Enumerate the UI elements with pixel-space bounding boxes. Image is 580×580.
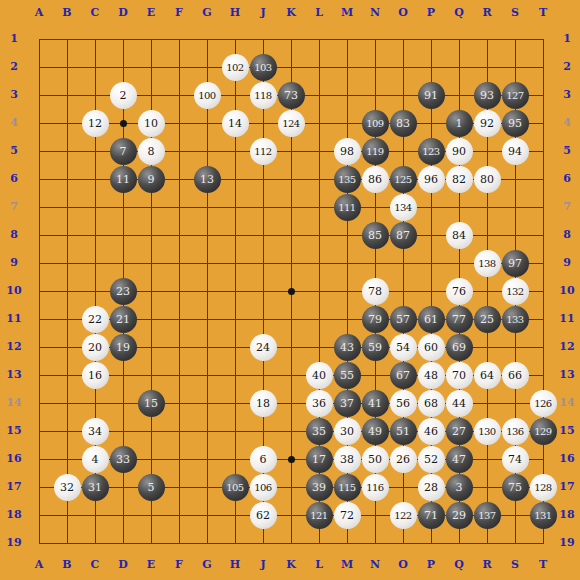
stone-black-11: 11 <box>110 166 137 193</box>
stone-black-127: 127 <box>502 82 529 109</box>
stone-black-31: 31 <box>82 474 109 501</box>
stone-black-3: 3 <box>446 474 473 501</box>
col-label-bottom-E: E <box>141 558 161 572</box>
row-label-left-15: 15 <box>2 424 26 438</box>
stone-white-100: 100 <box>194 82 221 109</box>
col-label-bottom-J: J <box>253 558 273 572</box>
stone-white-90: 90 <box>446 138 473 165</box>
row-label-left-6: 6 <box>2 172 26 186</box>
stone-black-97: 97 <box>502 250 529 277</box>
stone-black-15: 15 <box>138 390 165 417</box>
row-label-left-8: 8 <box>2 228 26 242</box>
stone-white-94: 94 <box>502 138 529 165</box>
row-label-left-4: 4 <box>2 116 26 130</box>
row-label-right-6: 6 <box>555 172 579 186</box>
stone-white-28: 28 <box>418 474 445 501</box>
col-label-bottom-O: O <box>393 558 413 572</box>
stone-white-20: 20 <box>82 334 109 361</box>
stone-white-10: 10 <box>138 110 165 137</box>
row-label-right-2: 2 <box>555 60 579 74</box>
row-label-right-15: 15 <box>555 424 579 438</box>
col-label-top-L: L <box>309 6 329 20</box>
row-label-left-1: 1 <box>2 32 26 46</box>
stone-white-14: 14 <box>222 110 249 137</box>
go-board[interactable]: AABBCCDDEEFFGGHHJJKKLLMMNNOOPPQQRRSSTT11… <box>0 0 580 580</box>
stone-white-80: 80 <box>474 166 501 193</box>
col-label-bottom-Q: Q <box>449 558 469 572</box>
stone-black-91: 91 <box>418 82 445 109</box>
stone-black-135: 135 <box>334 166 361 193</box>
stone-black-27: 27 <box>446 418 473 445</box>
stone-black-111: 111 <box>334 194 361 221</box>
row-label-left-19: 19 <box>2 536 26 550</box>
stone-white-68: 68 <box>418 390 445 417</box>
stone-white-92: 92 <box>474 110 501 137</box>
col-label-top-T: T <box>533 6 553 20</box>
stone-white-46: 46 <box>418 418 445 445</box>
stone-black-137: 137 <box>474 502 501 529</box>
stone-white-52: 52 <box>418 446 445 473</box>
row-label-right-9: 9 <box>555 256 579 270</box>
stone-white-2: 2 <box>110 82 137 109</box>
col-label-bottom-N: N <box>365 558 385 572</box>
row-label-right-7: 7 <box>555 200 579 214</box>
stone-black-103: 103 <box>250 54 277 81</box>
stone-white-64: 64 <box>474 362 501 389</box>
row-label-right-11: 11 <box>555 312 579 326</box>
col-label-top-M: M <box>337 6 357 20</box>
grid-line-horizontal <box>39 543 544 544</box>
row-label-left-10: 10 <box>2 284 26 298</box>
stone-white-76: 76 <box>446 278 473 305</box>
stone-white-62: 62 <box>250 502 277 529</box>
row-label-left-14: 14 <box>2 396 26 410</box>
stone-black-25: 25 <box>474 306 501 333</box>
stone-black-83: 83 <box>390 110 417 137</box>
row-label-right-3: 3 <box>555 88 579 102</box>
col-label-bottom-H: H <box>225 558 245 572</box>
stone-black-47: 47 <box>446 446 473 473</box>
stone-white-38: 38 <box>334 446 361 473</box>
col-label-top-A: A <box>29 6 49 20</box>
stone-black-115: 115 <box>334 474 361 501</box>
stone-white-70: 70 <box>446 362 473 389</box>
stone-black-57: 57 <box>390 306 417 333</box>
stone-black-23: 23 <box>110 278 137 305</box>
row-label-right-13: 13 <box>555 368 579 382</box>
stone-black-49: 49 <box>362 418 389 445</box>
stone-white-4: 4 <box>82 446 109 473</box>
stone-white-26: 26 <box>390 446 417 473</box>
stone-white-44: 44 <box>446 390 473 417</box>
stone-black-75: 75 <box>502 474 529 501</box>
stone-black-21: 21 <box>110 306 137 333</box>
col-label-top-O: O <box>393 6 413 20</box>
stone-black-93: 93 <box>474 82 501 109</box>
stone-white-122: 122 <box>390 502 417 529</box>
stone-black-19: 19 <box>110 334 137 361</box>
stone-black-77: 77 <box>446 306 473 333</box>
stone-black-79: 79 <box>362 306 389 333</box>
stone-black-131: 131 <box>530 502 557 529</box>
row-label-right-1: 1 <box>555 32 579 46</box>
col-label-bottom-R: R <box>477 558 497 572</box>
stone-white-66: 66 <box>502 362 529 389</box>
col-label-bottom-G: G <box>197 558 217 572</box>
stone-white-116: 116 <box>362 474 389 501</box>
row-label-left-16: 16 <box>2 452 26 466</box>
col-label-top-K: K <box>281 6 301 20</box>
row-label-right-19: 19 <box>555 536 579 550</box>
stone-black-73: 73 <box>278 82 305 109</box>
row-label-right-14: 14 <box>555 396 579 410</box>
stone-white-18: 18 <box>250 390 277 417</box>
stone-black-41: 41 <box>362 390 389 417</box>
stone-black-119: 119 <box>362 138 389 165</box>
stone-black-129: 129 <box>530 418 557 445</box>
stone-black-39: 39 <box>306 474 333 501</box>
stone-black-1: 1 <box>446 110 473 137</box>
stone-white-86: 86 <box>362 166 389 193</box>
row-label-left-11: 11 <box>2 312 26 326</box>
col-label-bottom-S: S <box>505 558 525 572</box>
stone-black-69: 69 <box>446 334 473 361</box>
stone-white-16: 16 <box>82 362 109 389</box>
row-label-left-18: 18 <box>2 508 26 522</box>
stone-black-109: 109 <box>362 110 389 137</box>
stone-black-67: 67 <box>390 362 417 389</box>
stone-white-72: 72 <box>334 502 361 529</box>
stone-black-35: 35 <box>306 418 333 445</box>
row-label-left-9: 9 <box>2 256 26 270</box>
row-label-right-5: 5 <box>555 144 579 158</box>
star-point <box>288 456 295 463</box>
row-label-left-3: 3 <box>2 88 26 102</box>
col-label-bottom-C: C <box>85 558 105 572</box>
stone-black-55: 55 <box>334 362 361 389</box>
row-label-right-12: 12 <box>555 340 579 354</box>
stone-white-30: 30 <box>334 418 361 445</box>
stone-white-132: 132 <box>502 278 529 305</box>
col-label-top-E: E <box>141 6 161 20</box>
col-label-bottom-K: K <box>281 558 301 572</box>
stone-white-102: 102 <box>222 54 249 81</box>
stone-black-105: 105 <box>222 474 249 501</box>
row-label-right-16: 16 <box>555 452 579 466</box>
stone-black-5: 5 <box>138 474 165 501</box>
col-label-top-C: C <box>85 6 105 20</box>
stone-black-95: 95 <box>502 110 529 137</box>
star-point <box>288 288 295 295</box>
col-label-bottom-B: B <box>57 558 77 572</box>
row-label-left-7: 7 <box>2 200 26 214</box>
stone-white-22: 22 <box>82 306 109 333</box>
row-label-left-13: 13 <box>2 368 26 382</box>
col-label-bottom-F: F <box>169 558 189 572</box>
row-label-right-17: 17 <box>555 480 579 494</box>
stone-white-50: 50 <box>362 446 389 473</box>
stone-black-9: 9 <box>138 166 165 193</box>
col-label-bottom-M: M <box>337 558 357 572</box>
col-label-top-F: F <box>169 6 189 20</box>
row-label-right-4: 4 <box>555 116 579 130</box>
row-label-right-10: 10 <box>555 284 579 298</box>
stone-black-85: 85 <box>362 222 389 249</box>
stone-white-6: 6 <box>250 446 277 473</box>
stone-black-29: 29 <box>446 502 473 529</box>
col-label-top-N: N <box>365 6 385 20</box>
stone-white-34: 34 <box>82 418 109 445</box>
stone-white-56: 56 <box>390 390 417 417</box>
stone-white-82: 82 <box>446 166 473 193</box>
row-label-left-12: 12 <box>2 340 26 354</box>
stone-white-54: 54 <box>390 334 417 361</box>
star-point <box>120 120 127 127</box>
stone-black-59: 59 <box>362 334 389 361</box>
stone-black-17: 17 <box>306 446 333 473</box>
col-label-bottom-T: T <box>533 558 553 572</box>
stone-black-87: 87 <box>390 222 417 249</box>
stone-white-136: 136 <box>502 418 529 445</box>
stone-white-112: 112 <box>250 138 277 165</box>
row-label-right-18: 18 <box>555 508 579 522</box>
col-label-bottom-P: P <box>421 558 441 572</box>
stone-white-36: 36 <box>306 390 333 417</box>
stone-white-138: 138 <box>474 250 501 277</box>
stone-black-7: 7 <box>110 138 137 165</box>
col-label-top-H: H <box>225 6 245 20</box>
row-label-left-5: 5 <box>2 144 26 158</box>
stone-white-98: 98 <box>334 138 361 165</box>
col-label-top-B: B <box>57 6 77 20</box>
stone-white-78: 78 <box>362 278 389 305</box>
stone-black-13: 13 <box>194 166 221 193</box>
stone-black-71: 71 <box>418 502 445 529</box>
stone-black-33: 33 <box>110 446 137 473</box>
stone-white-124: 124 <box>278 110 305 137</box>
stone-white-48: 48 <box>418 362 445 389</box>
col-label-top-P: P <box>421 6 441 20</box>
col-label-bottom-L: L <box>309 558 329 572</box>
row-label-right-8: 8 <box>555 228 579 242</box>
stone-black-133: 133 <box>502 306 529 333</box>
stone-white-106: 106 <box>250 474 277 501</box>
stone-white-40: 40 <box>306 362 333 389</box>
stone-white-60: 60 <box>418 334 445 361</box>
stone-white-128: 128 <box>530 474 557 501</box>
grid-line-vertical <box>543 39 544 544</box>
stone-black-37: 37 <box>334 390 361 417</box>
col-label-top-G: G <box>197 6 217 20</box>
col-label-top-Q: Q <box>449 6 469 20</box>
stone-white-84: 84 <box>446 222 473 249</box>
col-label-top-R: R <box>477 6 497 20</box>
stone-black-125: 125 <box>390 166 417 193</box>
stone-white-134: 134 <box>390 194 417 221</box>
stone-black-51: 51 <box>390 418 417 445</box>
stone-white-130: 130 <box>474 418 501 445</box>
col-label-top-D: D <box>113 6 133 20</box>
stone-white-12: 12 <box>82 110 109 137</box>
stone-white-32: 32 <box>54 474 81 501</box>
row-label-left-2: 2 <box>2 60 26 74</box>
stone-black-43: 43 <box>334 334 361 361</box>
col-label-top-S: S <box>505 6 525 20</box>
stone-black-123: 123 <box>418 138 445 165</box>
stone-black-121: 121 <box>306 502 333 529</box>
stone-white-96: 96 <box>418 166 445 193</box>
stone-white-126: 126 <box>530 390 557 417</box>
stone-black-61: 61 <box>418 306 445 333</box>
col-label-bottom-A: A <box>29 558 49 572</box>
row-label-left-17: 17 <box>2 480 26 494</box>
stone-white-118: 118 <box>250 82 277 109</box>
col-label-top-J: J <box>253 6 273 20</box>
stone-white-24: 24 <box>250 334 277 361</box>
stone-white-74: 74 <box>502 446 529 473</box>
stone-white-8: 8 <box>138 138 165 165</box>
col-label-bottom-D: D <box>113 558 133 572</box>
